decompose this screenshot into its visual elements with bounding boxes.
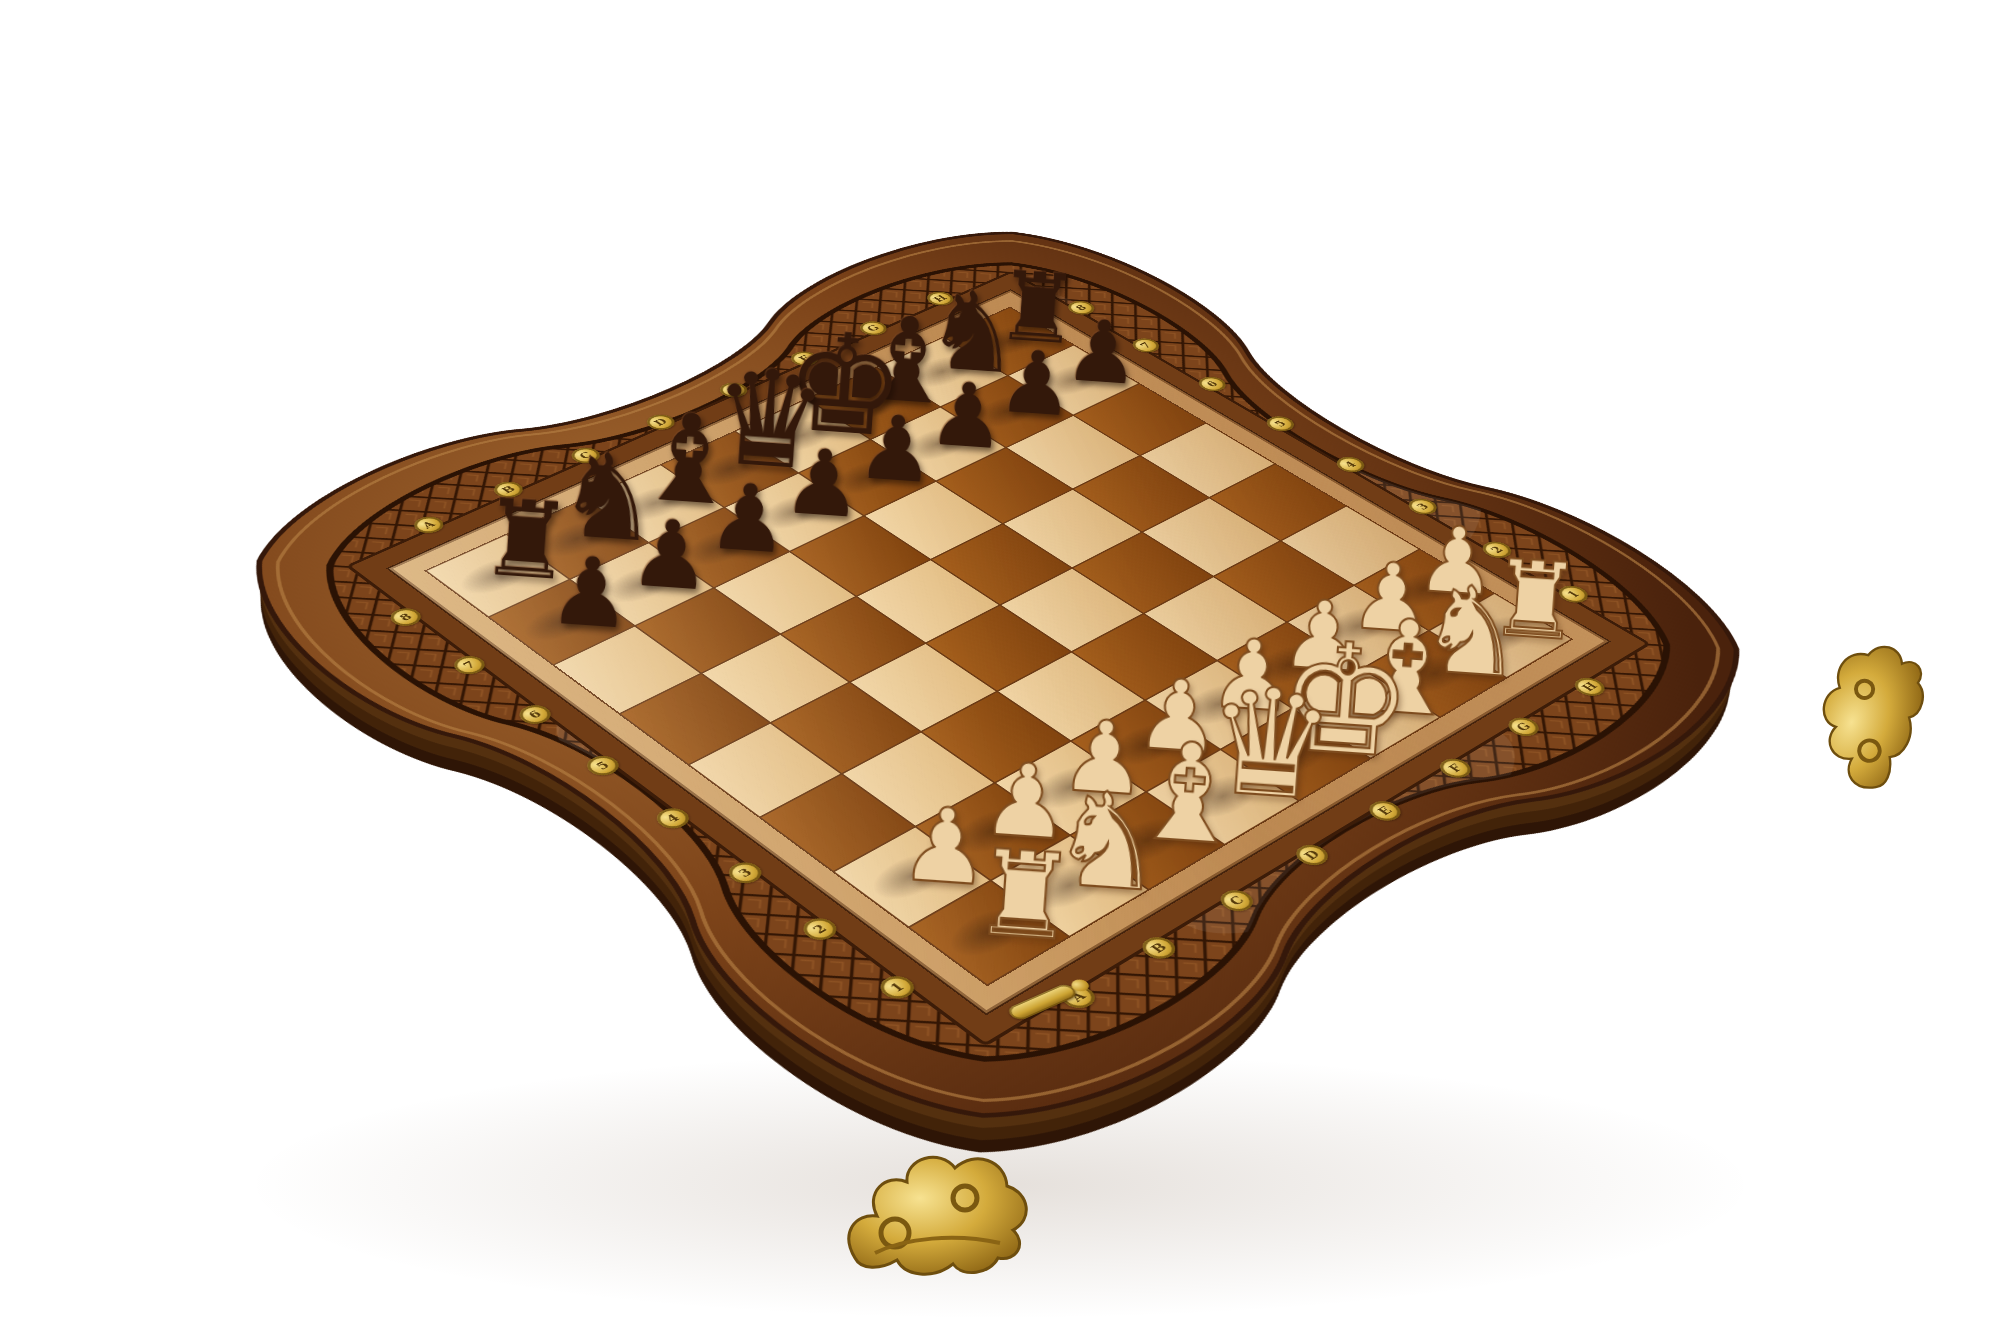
medallion-rank-3-right: 3 — [1403, 496, 1442, 518]
medallion-rank-4-left: 4 — [651, 805, 695, 833]
medallion-file-H-top: H — [922, 289, 958, 308]
medallion-rank-5-left: 5 — [581, 752, 624, 779]
medallion-file-A-top: A — [409, 514, 449, 537]
medallion-rank-3-left: 3 — [723, 859, 768, 888]
medallion-file-D-top: D — [642, 412, 680, 433]
medallion-file-B-bottom: B — [1136, 933, 1182, 963]
medallion-rank-7-right: 7 — [1128, 336, 1165, 355]
carved-board: ♜♞♝♛♚♝♞♜♟♟♟♟♟♟♟♟♟♟♟♟♟♟♟♟♜♞♝♛♚♝♞♜ 8765432… — [116, 173, 1878, 1237]
medallion-file-D-bottom: D — [1290, 841, 1334, 869]
medallion-file-G-bottom: G — [1503, 714, 1545, 740]
medallion-rank-6-right: 6 — [1194, 374, 1231, 394]
medallion-rank-2-left: 2 — [797, 914, 843, 944]
medallion-rank-7-left: 7 — [448, 653, 490, 678]
medallion-file-B-top: B — [489, 479, 529, 501]
medallion-file-G-top: G — [855, 319, 892, 338]
coordinate-medallions: 8765432187654321ABCDEFGHABCDEFGH — [116, 173, 1878, 1237]
medallion-file-E-bottom: E — [1363, 797, 1406, 824]
medallion-rank-8-left: 8 — [385, 605, 427, 629]
medallion-file-F-top: F — [786, 349, 823, 369]
medallion-rank-1-left: 1 — [874, 972, 920, 1003]
medallion-rank-8-right: 8 — [1063, 298, 1099, 317]
medallion-file-C-bottom: C — [1214, 886, 1259, 915]
medallion-rank-5-right: 5 — [1262, 413, 1300, 434]
medallion-file-F-bottom: F — [1434, 755, 1477, 781]
photo-stage: ♜♞♝♛♚♝♞♜♟♟♟♟♟♟♟♟♟♟♟♟♟♟♟♟♜♞♝♛♚♝♞♜ 8765432… — [0, 0, 2000, 1333]
perspective-scene: ♜♞♝♛♚♝♞♜♟♟♟♟♟♟♟♟♟♟♟♟♟♟♟♟♜♞♝♛♚♝♞♜ 8765432… — [0, 0, 2000, 1333]
medallion-file-E-top: E — [715, 380, 753, 400]
medallion-file-C-top: C — [566, 445, 605, 466]
medallion-rank-4-right: 4 — [1332, 454, 1370, 475]
medallion-rank-1-right: 1 — [1553, 583, 1593, 606]
medallion-rank-6-left: 6 — [514, 702, 557, 728]
medallion-file-H-bottom: H — [1569, 674, 1610, 699]
medallion-rank-2-right: 2 — [1477, 539, 1516, 561]
